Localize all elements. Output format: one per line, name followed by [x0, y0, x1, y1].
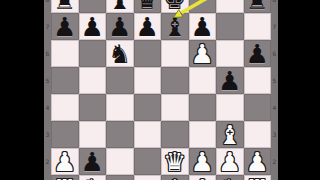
rank-labels-right: 87654321: [271, 0, 278, 180]
rank-label-4: 4: [271, 105, 278, 111]
square-c2: [106, 148, 134, 175]
square-f7: ♟: [189, 13, 217, 40]
chess-board: 87654321 ♜♝♛♚♜♟♟♟♟♝♟♞♟♟♟♝♟♟♛♟♟♟♜♞♚♝♞♜ 87…: [44, 0, 278, 180]
square-d4: [134, 94, 162, 121]
square-c4: [106, 94, 134, 121]
square-b7: ♟: [79, 13, 107, 40]
square-d3: [134, 121, 162, 148]
rank-label-2: 2: [44, 159, 51, 165]
black-pawn-b2: ♟: [79, 148, 107, 175]
board-grid: ♜♝♛♚♜♟♟♟♟♝♟♞♟♟♟♝♟♟♛♟♟♟♜♞♚♝♞♜: [51, 0, 271, 180]
square-g7: [216, 13, 244, 40]
square-c5: [106, 67, 134, 94]
square-g3: ♝: [216, 121, 244, 148]
rank-labels-left: 87654321: [44, 0, 51, 180]
white-rook-a1: ♜: [51, 175, 79, 180]
black-pawn-c7: ♟: [106, 13, 134, 40]
black-pawn-g5: ♟: [216, 67, 244, 94]
square-a1: ♜: [51, 175, 79, 180]
rank-label-8: 8: [271, 0, 278, 3]
square-d7: ♟: [134, 13, 162, 40]
square-h5: [244, 67, 272, 94]
square-f2: ♟: [189, 148, 217, 175]
white-pawn-a2: ♟: [51, 148, 79, 175]
square-h6: ♟: [244, 40, 272, 67]
square-g5: ♟: [216, 67, 244, 94]
rank-label-7: 7: [271, 24, 278, 30]
square-b3: [79, 121, 107, 148]
square-e3: [161, 121, 189, 148]
square-f1: ♝: [189, 175, 217, 180]
square-f3: [189, 121, 217, 148]
white-bishop-f1: ♝: [189, 175, 217, 180]
white-knight-g1: ♞: [216, 175, 244, 180]
square-e5: [161, 67, 189, 94]
square-c3: [106, 121, 134, 148]
black-bishop-e7: ♝: [161, 13, 189, 40]
square-f6: ♟: [189, 40, 217, 67]
square-e7: ♝: [161, 13, 189, 40]
black-pawn-f7: ♟: [189, 13, 217, 40]
square-d5: [134, 67, 162, 94]
rank-label-3: 3: [271, 132, 278, 138]
square-h4: [244, 94, 272, 121]
square-f4: [189, 94, 217, 121]
square-d2: [134, 148, 162, 175]
rank-label-5: 5: [44, 78, 51, 84]
square-d6: [134, 40, 162, 67]
rank-label-7: 7: [44, 24, 51, 30]
square-h7: [244, 13, 272, 40]
black-knight-c6: ♞: [106, 40, 134, 67]
rank-label-4: 4: [44, 105, 51, 111]
white-queen-e2: ♛: [161, 148, 189, 175]
square-g1: ♞: [216, 175, 244, 180]
square-c7: ♟: [106, 13, 134, 40]
rank-label-2: 2: [271, 159, 278, 165]
square-h8: ♜: [244, 0, 272, 13]
rank-label-8: 8: [44, 0, 51, 3]
square-g6: [216, 40, 244, 67]
black-pawn-h6: ♟: [244, 40, 272, 67]
square-d1: [134, 175, 162, 180]
square-b2: ♟: [79, 148, 107, 175]
white-pawn-f6: ♟: [189, 40, 217, 67]
square-b5: [79, 67, 107, 94]
square-f5: [189, 67, 217, 94]
white-knight-b1: ♞: [79, 175, 107, 180]
rank-label-6: 6: [271, 51, 278, 57]
black-pawn-d7: ♟: [134, 13, 162, 40]
letterbox-left: [0, 0, 44, 180]
video-frame: 87654321 ♜♝♛♚♜♟♟♟♟♝♟♞♟♟♟♝♟♟♛♟♟♟♜♞♚♝♞♜ 87…: [0, 0, 320, 180]
square-g2: ♟: [216, 148, 244, 175]
square-a3: [51, 121, 79, 148]
black-pawn-a7: ♟: [51, 13, 79, 40]
square-g4: [216, 94, 244, 121]
rank-label-3: 3: [44, 132, 51, 138]
square-c6: ♞: [106, 40, 134, 67]
black-rook-h8: ♜: [244, 0, 272, 13]
square-a5: [51, 67, 79, 94]
square-h3: [244, 121, 272, 148]
square-e1: ♚: [161, 175, 189, 180]
square-e2: ♛: [161, 148, 189, 175]
white-pawn-f2: ♟: [189, 148, 217, 175]
square-e4: [161, 94, 189, 121]
square-e6: [161, 40, 189, 67]
white-bishop-g3: ♝: [216, 121, 244, 148]
square-a4: [51, 94, 79, 121]
square-b6: [79, 40, 107, 67]
square-a7: ♟: [51, 13, 79, 40]
square-h2: ♟: [244, 148, 272, 175]
black-pawn-b7: ♟: [79, 13, 107, 40]
square-g8: [216, 0, 244, 13]
square-a6: [51, 40, 79, 67]
square-c1: [106, 175, 134, 180]
white-king-e1: ♚: [161, 175, 189, 180]
rank-label-6: 6: [44, 51, 51, 57]
white-rook-h1: ♜: [244, 175, 272, 180]
square-h1: ♜: [244, 175, 272, 180]
white-pawn-h2: ♟: [244, 148, 272, 175]
square-a2: ♟: [51, 148, 79, 175]
board-viewport: ♜♝♛♚♜♟♟♟♟♝♟♞♟♟♟♝♟♟♛♟♟♟♜♞♚♝♞♜: [51, 0, 271, 180]
square-b4: [79, 94, 107, 121]
square-b1: ♞: [79, 175, 107, 180]
letterbox-right: [278, 0, 320, 180]
rank-label-5: 5: [271, 78, 278, 84]
white-pawn-g2: ♟: [216, 148, 244, 175]
